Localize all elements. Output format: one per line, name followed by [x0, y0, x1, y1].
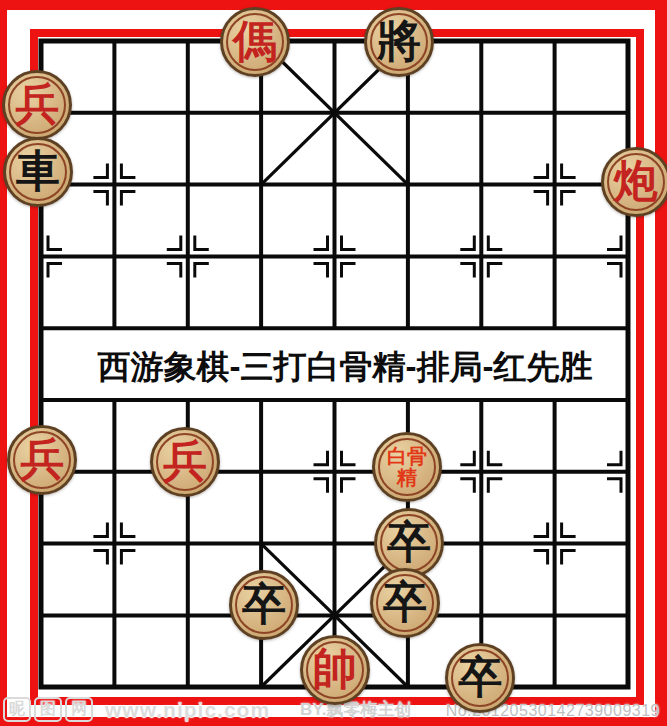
piece-black-soldier[interactable]: 卒: [374, 508, 444, 578]
piece-glyph: 帥: [303, 638, 367, 702]
piece-red-horse[interactable]: 傌: [220, 7, 290, 77]
piece-red-soldier[interactable]: 兵: [2, 70, 72, 140]
piece-black-chariot[interactable]: 車: [3, 137, 73, 207]
piece-red-general[interactable]: 帥: [300, 635, 370, 705]
piece-glyph: 兵: [153, 430, 217, 494]
piece-white-bone-demon[interactable]: 白骨精: [372, 432, 442, 502]
piece-black-soldier[interactable]: 卒: [445, 643, 515, 713]
site-logo-char: 网: [65, 697, 93, 722]
puzzle-title: 西游象棋-三打白骨精-排局-红先胜: [98, 345, 593, 390]
piece-red-soldier[interactable]: 兵: [150, 427, 220, 497]
piece-glyph: 車: [6, 140, 70, 204]
piece-glyph: 炮: [604, 150, 667, 214]
piece-glyph: 傌: [223, 10, 287, 74]
piece-black-general[interactable]: 將: [364, 7, 434, 77]
screenshot-frame: 西游象棋-三打白骨精-排局-红先胜 傌將兵車炮兵兵白骨精卒卒卒帥卒 昵 图 网 …: [0, 0, 667, 726]
site-logo-char: 昵: [3, 697, 31, 722]
piece-red-cannon[interactable]: 炮: [601, 147, 667, 217]
piece-glyph: 卒: [448, 646, 512, 710]
piece-black-soldier[interactable]: 卒: [370, 568, 440, 638]
piece-glyph: 白骨精: [375, 435, 439, 499]
site-url: www.nipic.com: [105, 698, 270, 722]
piece-glyph: 兵: [10, 428, 74, 492]
piece-red-soldier[interactable]: 兵: [7, 425, 77, 495]
piece-glyph: 卒: [232, 573, 296, 637]
piece-black-soldier[interactable]: 卒: [229, 570, 299, 640]
piece-glyph: 卒: [377, 511, 441, 575]
piece-glyph: 將: [367, 10, 431, 74]
site-logo-char: 图: [34, 697, 62, 722]
piece-glyph: 兵: [5, 73, 69, 137]
piece-glyph: 卒: [373, 571, 437, 635]
